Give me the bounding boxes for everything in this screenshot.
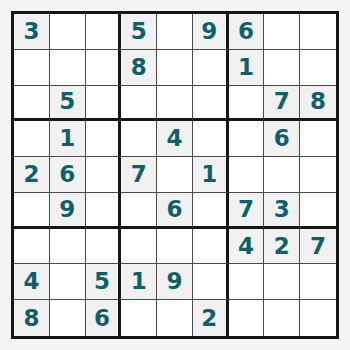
cell-r1c8[interactable] bbox=[264, 14, 300, 50]
cell-r4c8: 6 bbox=[264, 121, 300, 157]
cell-r6c4[interactable] bbox=[121, 193, 157, 229]
cell-r6c1[interactable] bbox=[14, 193, 50, 229]
cell-r4c1[interactable] bbox=[14, 121, 50, 157]
cell-r8c8[interactable] bbox=[264, 264, 300, 300]
cell-r2c5[interactable] bbox=[157, 50, 193, 86]
cell-r1c5[interactable] bbox=[157, 14, 193, 50]
cell-r7c9: 7 bbox=[300, 229, 336, 265]
cell-r2c7: 1 bbox=[229, 50, 265, 86]
cell-r5c8[interactable] bbox=[264, 157, 300, 193]
cell-r6c8: 3 bbox=[264, 193, 300, 229]
cell-r7c3[interactable] bbox=[86, 229, 122, 265]
cell-r3c1[interactable] bbox=[14, 86, 50, 122]
cell-r5c7[interactable] bbox=[229, 157, 265, 193]
cell-r8c2[interactable] bbox=[50, 264, 86, 300]
cell-r1c9[interactable] bbox=[300, 14, 336, 50]
cell-r7c7: 4 bbox=[229, 229, 265, 265]
cell-r7c4[interactable] bbox=[121, 229, 157, 265]
cell-r5c6: 1 bbox=[193, 157, 229, 193]
cell-r8c4: 1 bbox=[121, 264, 157, 300]
cell-r1c2[interactable] bbox=[50, 14, 86, 50]
cell-r1c4: 5 bbox=[121, 14, 157, 50]
cell-r7c2[interactable] bbox=[50, 229, 86, 265]
cell-r1c7: 6 bbox=[229, 14, 265, 50]
cell-r2c2[interactable] bbox=[50, 50, 86, 86]
cell-r5c2: 6 bbox=[50, 157, 86, 193]
cell-r4c4[interactable] bbox=[121, 121, 157, 157]
cell-r5c9[interactable] bbox=[300, 157, 336, 193]
cell-r7c6[interactable] bbox=[193, 229, 229, 265]
cell-r3c5[interactable] bbox=[157, 86, 193, 122]
cell-r4c3[interactable] bbox=[86, 121, 122, 157]
cell-r8c5: 9 bbox=[157, 264, 193, 300]
cell-r3c3[interactable] bbox=[86, 86, 122, 122]
sudoku-board-container: 359681578146267196734274519862 bbox=[11, 11, 339, 339]
cell-r4c5: 4 bbox=[157, 121, 193, 157]
cell-r6c9[interactable] bbox=[300, 193, 336, 229]
cell-r4c6[interactable] bbox=[193, 121, 229, 157]
cell-r5c4: 7 bbox=[121, 157, 157, 193]
cell-r1c6: 9 bbox=[193, 14, 229, 50]
cell-r7c5[interactable] bbox=[157, 229, 193, 265]
cell-r8c7[interactable] bbox=[229, 264, 265, 300]
cell-r5c5[interactable] bbox=[157, 157, 193, 193]
cell-r3c4[interactable] bbox=[121, 86, 157, 122]
cell-r9c5[interactable] bbox=[157, 300, 193, 336]
cell-r1c1: 3 bbox=[14, 14, 50, 50]
cell-r9c4[interactable] bbox=[121, 300, 157, 336]
cell-r6c6[interactable] bbox=[193, 193, 229, 229]
cell-r9c1: 8 bbox=[14, 300, 50, 336]
cell-r3c2: 5 bbox=[50, 86, 86, 122]
cell-r9c7[interactable] bbox=[229, 300, 265, 336]
cell-r9c3: 6 bbox=[86, 300, 122, 336]
cell-r9c2[interactable] bbox=[50, 300, 86, 336]
cell-r8c3: 5 bbox=[86, 264, 122, 300]
cell-r1c3[interactable] bbox=[86, 14, 122, 50]
cell-r4c2: 1 bbox=[50, 121, 86, 157]
cell-r7c8: 2 bbox=[264, 229, 300, 265]
cell-r9c9[interactable] bbox=[300, 300, 336, 336]
cell-r9c8[interactable] bbox=[264, 300, 300, 336]
cell-r2c4: 8 bbox=[121, 50, 157, 86]
cell-r3c6[interactable] bbox=[193, 86, 229, 122]
cell-r2c6[interactable] bbox=[193, 50, 229, 86]
cell-r9c6: 2 bbox=[193, 300, 229, 336]
cell-r3c7[interactable] bbox=[229, 86, 265, 122]
cell-r2c3[interactable] bbox=[86, 50, 122, 86]
cell-r6c3[interactable] bbox=[86, 193, 122, 229]
cell-r8c9[interactable] bbox=[300, 264, 336, 300]
cell-r6c2: 9 bbox=[50, 193, 86, 229]
cell-r8c6[interactable] bbox=[193, 264, 229, 300]
cell-r3c8: 7 bbox=[264, 86, 300, 122]
cell-r8c1: 4 bbox=[14, 264, 50, 300]
cell-r6c5: 6 bbox=[157, 193, 193, 229]
cell-r2c1[interactable] bbox=[14, 50, 50, 86]
cell-r6c7: 7 bbox=[229, 193, 265, 229]
cell-r2c9[interactable] bbox=[300, 50, 336, 86]
cell-r4c9[interactable] bbox=[300, 121, 336, 157]
cell-r3c9: 8 bbox=[300, 86, 336, 122]
cell-r5c1: 2 bbox=[14, 157, 50, 193]
cell-r4c7[interactable] bbox=[229, 121, 265, 157]
cell-r2c8[interactable] bbox=[264, 50, 300, 86]
cell-r7c1[interactable] bbox=[14, 229, 50, 265]
sudoku-board: 359681578146267196734274519862 bbox=[11, 11, 339, 339]
cell-r5c3[interactable] bbox=[86, 157, 122, 193]
